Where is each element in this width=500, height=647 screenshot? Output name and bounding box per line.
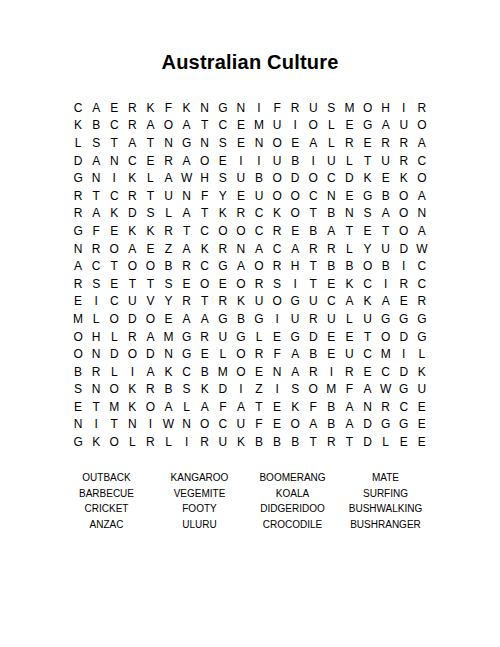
grid-cell-r13c3[interactable]: O xyxy=(105,310,123,328)
grid-cell-r7c3[interactable]: K xyxy=(105,205,123,223)
grid-cell-r2c7[interactable]: A xyxy=(178,117,196,135)
grid-cell-r15c14[interactable]: B xyxy=(304,345,322,363)
grid-cell-r4c5[interactable]: E xyxy=(141,152,159,170)
grid-cell-r1c18[interactable]: H xyxy=(377,99,395,117)
grid-cell-r12c17[interactable]: K xyxy=(359,293,377,311)
grid-cell-r2c1[interactable]: K xyxy=(69,117,87,135)
grid-cell-r14c11[interactable]: L xyxy=(250,328,268,346)
grid-cell-r12c3[interactable]: C xyxy=(105,293,123,311)
grid-cell-r11c1[interactable]: R xyxy=(69,275,87,293)
grid-cell-r10c3[interactable]: T xyxy=(105,257,123,275)
grid-cell-r17c8[interactable]: K xyxy=(196,381,214,399)
grid-cell-r7c15[interactable]: B xyxy=(322,205,340,223)
grid-cell-r16c9[interactable]: M xyxy=(214,363,232,381)
grid-cell-r17c16[interactable]: F xyxy=(340,381,358,399)
grid-cell-r9c20[interactable]: W xyxy=(413,240,431,258)
grid-cell-r8c8[interactable]: C xyxy=(196,222,214,240)
grid-cell-r10c12[interactable]: R xyxy=(268,257,286,275)
grid-cell-r3c2[interactable]: S xyxy=(87,134,105,152)
grid-cell-r12c1[interactable]: E xyxy=(69,293,87,311)
grid-cell-r5c10[interactable]: U xyxy=(232,169,250,187)
grid-cell-r13c6[interactable]: E xyxy=(159,310,177,328)
grid-cell-r1c16[interactable]: M xyxy=(340,99,358,117)
grid-cell-r9c18[interactable]: U xyxy=(377,240,395,258)
grid-cell-r13c17[interactable]: U xyxy=(359,310,377,328)
grid-cell-r8c12[interactable]: R xyxy=(268,222,286,240)
grid-cell-r15c4[interactable]: O xyxy=(123,345,141,363)
grid-cell-r17c13[interactable]: S xyxy=(286,381,304,399)
grid-cell-r18c6[interactable]: A xyxy=(159,398,177,416)
grid-cell-r19c5[interactable]: I xyxy=(141,416,159,434)
grid-cell-r19c3[interactable]: T xyxy=(105,416,123,434)
grid-cell-r7c17[interactable]: S xyxy=(359,205,377,223)
grid-cell-r6c19[interactable]: O xyxy=(395,187,413,205)
grid-cell-r4c16[interactable]: L xyxy=(340,152,358,170)
grid-cell-r8c16[interactable]: T xyxy=(340,222,358,240)
grid-cell-r10c9[interactable]: G xyxy=(214,257,232,275)
grid-cell-r5c14[interactable]: O xyxy=(304,169,322,187)
grid-cell-r8c10[interactable]: O xyxy=(232,222,250,240)
grid-cell-r20c15[interactable]: R xyxy=(322,433,340,451)
grid-cell-r19c16[interactable]: A xyxy=(340,416,358,434)
grid-cell-r3c12[interactable]: O xyxy=(268,134,286,152)
grid-cell-r9c8[interactable]: K xyxy=(196,240,214,258)
grid-cell-r10c19[interactable]: I xyxy=(395,257,413,275)
grid-cell-r11c20[interactable]: C xyxy=(413,275,431,293)
grid-cell-r12c19[interactable]: E xyxy=(395,293,413,311)
grid-cell-r14c1[interactable]: O xyxy=(69,328,87,346)
grid-cell-r6c2[interactable]: T xyxy=(87,187,105,205)
grid-cell-r14c15[interactable]: E xyxy=(322,328,340,346)
grid-cell-r15c20[interactable]: L xyxy=(413,345,431,363)
grid-cell-r7c14[interactable]: T xyxy=(304,205,322,223)
grid-cell-r6c17[interactable]: G xyxy=(359,187,377,205)
grid-cell-r16c12[interactable]: N xyxy=(268,363,286,381)
grid-cell-r9c16[interactable]: L xyxy=(340,240,358,258)
grid-cell-r10c14[interactable]: T xyxy=(304,257,322,275)
grid-cell-r1c7[interactable]: K xyxy=(178,99,196,117)
grid-cell-r6c9[interactable]: Y xyxy=(214,187,232,205)
grid-cell-r20c1[interactable]: G xyxy=(69,433,87,451)
grid-cell-r9c13[interactable]: A xyxy=(286,240,304,258)
grid-cell-r6c14[interactable]: C xyxy=(304,187,322,205)
grid-cell-r3c7[interactable]: G xyxy=(178,134,196,152)
grid-cell-r5c9[interactable]: S xyxy=(214,169,232,187)
grid-cell-r11c10[interactable]: O xyxy=(232,275,250,293)
grid-cell-r8c13[interactable]: E xyxy=(286,222,304,240)
grid-cell-r12c11[interactable]: U xyxy=(250,293,268,311)
grid-cell-r2c11[interactable]: M xyxy=(250,117,268,135)
grid-cell-r16c20[interactable]: K xyxy=(413,363,431,381)
grid-cell-r2c9[interactable]: C xyxy=(214,117,232,135)
grid-cell-r19c7[interactable]: N xyxy=(178,416,196,434)
grid-cell-r14c13[interactable]: G xyxy=(286,328,304,346)
grid-cell-r10c17[interactable]: O xyxy=(359,257,377,275)
grid-cell-r9c12[interactable]: C xyxy=(268,240,286,258)
grid-cell-r5c4[interactable]: K xyxy=(123,169,141,187)
grid-cell-r17c19[interactable]: G xyxy=(395,381,413,399)
grid-cell-r7c7[interactable]: A xyxy=(178,205,196,223)
grid-cell-r10c4[interactable]: O xyxy=(123,257,141,275)
grid-cell-r3c18[interactable]: R xyxy=(377,134,395,152)
grid-cell-r19c10[interactable]: U xyxy=(232,416,250,434)
grid-cell-r19c4[interactable]: N xyxy=(123,416,141,434)
grid-cell-r19c1[interactable]: N xyxy=(69,416,87,434)
grid-cell-r14c20[interactable]: G xyxy=(413,328,431,346)
grid-cell-r7c9[interactable]: K xyxy=(214,205,232,223)
grid-cell-r12c2[interactable]: I xyxy=(87,293,105,311)
grid-cell-r11c8[interactable]: O xyxy=(196,275,214,293)
grid-cell-r4c13[interactable]: B xyxy=(286,152,304,170)
grid-cell-r20c4[interactable]: L xyxy=(123,433,141,451)
grid-cell-r1c12[interactable]: F xyxy=(268,99,286,117)
grid-cell-r19c19[interactable]: G xyxy=(395,416,413,434)
grid-cell-r14c6[interactable]: M xyxy=(159,328,177,346)
grid-cell-r13c8[interactable]: A xyxy=(196,310,214,328)
grid-cell-r1c4[interactable]: R xyxy=(123,99,141,117)
grid-cell-r17c12[interactable]: I xyxy=(268,381,286,399)
grid-cell-r6c6[interactable]: U xyxy=(159,187,177,205)
grid-cell-r5c12[interactable]: O xyxy=(268,169,286,187)
grid-cell-r5c18[interactable]: E xyxy=(377,169,395,187)
grid-cell-r8c17[interactable]: E xyxy=(359,222,377,240)
grid-cell-r3c16[interactable]: R xyxy=(340,134,358,152)
grid-cell-r5c5[interactable]: L xyxy=(141,169,159,187)
grid-cell-r15c13[interactable]: A xyxy=(286,345,304,363)
grid-cell-r17c17[interactable]: A xyxy=(359,381,377,399)
grid-cell-r1c17[interactable]: O xyxy=(359,99,377,117)
grid-cell-r20c18[interactable]: L xyxy=(377,433,395,451)
grid-cell-r4c6[interactable]: R xyxy=(159,152,177,170)
grid-cell-r11c19[interactable]: R xyxy=(395,275,413,293)
grid-cell-r12c13[interactable]: G xyxy=(286,293,304,311)
grid-cell-r18c13[interactable]: K xyxy=(286,398,304,416)
grid-cell-r20c17[interactable]: D xyxy=(359,433,377,451)
grid-cell-r20c14[interactable]: T xyxy=(304,433,322,451)
grid-cell-r6c12[interactable]: O xyxy=(268,187,286,205)
grid-cell-r14c18[interactable]: O xyxy=(377,328,395,346)
grid-cell-r17c1[interactable]: S xyxy=(69,381,87,399)
grid-cell-r2c10[interactable]: E xyxy=(232,117,250,135)
grid-cell-r2c20[interactable]: O xyxy=(413,117,431,135)
grid-cell-r20c16[interactable]: T xyxy=(340,433,358,451)
grid-cell-r3c19[interactable]: R xyxy=(395,134,413,152)
grid-cell-r9c4[interactable]: A xyxy=(123,240,141,258)
grid-cell-r1c5[interactable]: K xyxy=(141,99,159,117)
grid-cell-r19c18[interactable]: G xyxy=(377,416,395,434)
grid-cell-r4c9[interactable]: E xyxy=(214,152,232,170)
grid-cell-r15c19[interactable]: I xyxy=(395,345,413,363)
grid-cell-r16c15[interactable]: I xyxy=(322,363,340,381)
grid-cell-r18c12[interactable]: E xyxy=(268,398,286,416)
grid-cell-r5c8[interactable]: H xyxy=(196,169,214,187)
grid-cell-r6c18[interactable]: B xyxy=(377,187,395,205)
grid-cell-r5c2[interactable]: N xyxy=(87,169,105,187)
grid-cell-r7c13[interactable]: O xyxy=(286,205,304,223)
grid-cell-r8c14[interactable]: B xyxy=(304,222,322,240)
grid-cell-r15c10[interactable]: O xyxy=(232,345,250,363)
grid-cell-r2c17[interactable]: G xyxy=(359,117,377,135)
grid-cell-r11c3[interactable]: E xyxy=(105,275,123,293)
grid-cell-r11c16[interactable]: K xyxy=(340,275,358,293)
grid-cell-r9c5[interactable]: E xyxy=(141,240,159,258)
grid-cell-r5c3[interactable]: I xyxy=(105,169,123,187)
grid-cell-r17c3[interactable]: O xyxy=(105,381,123,399)
grid-cell-r18c1[interactable]: E xyxy=(69,398,87,416)
grid-cell-r19c17[interactable]: D xyxy=(359,416,377,434)
grid-cell-r7c16[interactable]: N xyxy=(340,205,358,223)
grid-cell-r3c9[interactable]: S xyxy=(214,134,232,152)
grid-cell-r9c9[interactable]: R xyxy=(214,240,232,258)
grid-cell-r12c18[interactable]: A xyxy=(377,293,395,311)
grid-cell-r13c9[interactable]: G xyxy=(214,310,232,328)
grid-cell-r1c1[interactable]: C xyxy=(69,99,87,117)
grid-cell-r4c2[interactable]: A xyxy=(87,152,105,170)
grid-cell-r16c18[interactable]: C xyxy=(377,363,395,381)
grid-cell-r19c13[interactable]: O xyxy=(286,416,304,434)
grid-cell-r2c6[interactable]: O xyxy=(159,117,177,135)
grid-cell-r15c18[interactable]: M xyxy=(377,345,395,363)
grid-cell-r5c17[interactable]: K xyxy=(359,169,377,187)
grid-cell-r11c15[interactable]: E xyxy=(322,275,340,293)
grid-cell-r15c17[interactable]: C xyxy=(359,345,377,363)
grid-cell-r15c5[interactable]: D xyxy=(141,345,159,363)
grid-cell-r16c8[interactable]: B xyxy=(196,363,214,381)
grid-cell-r11c7[interactable]: E xyxy=(178,275,196,293)
grid-cell-r14c4[interactable]: R xyxy=(123,328,141,346)
grid-cell-r4c7[interactable]: A xyxy=(178,152,196,170)
grid-cell-r11c17[interactable]: C xyxy=(359,275,377,293)
grid-cell-r13c14[interactable]: R xyxy=(304,310,322,328)
grid-cell-r15c16[interactable]: U xyxy=(340,345,358,363)
grid-cell-r14c19[interactable]: D xyxy=(395,328,413,346)
grid-cell-r20c19[interactable]: E xyxy=(395,433,413,451)
grid-cell-r3c14[interactable]: A xyxy=(304,134,322,152)
grid-cell-r1c14[interactable]: U xyxy=(304,99,322,117)
grid-cell-r12c12[interactable]: O xyxy=(268,293,286,311)
grid-cell-r8c18[interactable]: T xyxy=(377,222,395,240)
grid-cell-r16c3[interactable]: L xyxy=(105,363,123,381)
grid-cell-r16c13[interactable]: A xyxy=(286,363,304,381)
grid-cell-r5c11[interactable]: B xyxy=(250,169,268,187)
grid-cell-r2c14[interactable]: O xyxy=(304,117,322,135)
grid-cell-r20c11[interactable]: B xyxy=(250,433,268,451)
grid-cell-r13c10[interactable]: B xyxy=(232,310,250,328)
grid-cell-r7c11[interactable]: C xyxy=(250,205,268,223)
grid-cell-r19c14[interactable]: A xyxy=(304,416,322,434)
grid-cell-r20c2[interactable]: K xyxy=(87,433,105,451)
grid-cell-r16c14[interactable]: R xyxy=(304,363,322,381)
grid-cell-r15c1[interactable]: O xyxy=(69,345,87,363)
grid-cell-r1c6[interactable]: F xyxy=(159,99,177,117)
grid-cell-r6c10[interactable]: E xyxy=(232,187,250,205)
grid-cell-r1c13[interactable]: R xyxy=(286,99,304,117)
grid-cell-r6c15[interactable]: N xyxy=(322,187,340,205)
grid-cell-r19c2[interactable]: I xyxy=(87,416,105,434)
grid-cell-r12c9[interactable]: R xyxy=(214,293,232,311)
grid-cell-r15c2[interactable]: N xyxy=(87,345,105,363)
grid-cell-r15c15[interactable]: E xyxy=(322,345,340,363)
grid-cell-r13c13[interactable]: U xyxy=(286,310,304,328)
grid-cell-r3c17[interactable]: E xyxy=(359,134,377,152)
grid-cell-r10c15[interactable]: B xyxy=(322,257,340,275)
grid-cell-r16c17[interactable]: E xyxy=(359,363,377,381)
grid-cell-r15c8[interactable]: E xyxy=(196,345,214,363)
grid-cell-r6c11[interactable]: U xyxy=(250,187,268,205)
grid-cell-r17c5[interactable]: R xyxy=(141,381,159,399)
grid-cell-r17c20[interactable]: U xyxy=(413,381,431,399)
grid-cell-r7c18[interactable]: A xyxy=(377,205,395,223)
grid-cell-r13c4[interactable]: D xyxy=(123,310,141,328)
grid-cell-r3c10[interactable]: E xyxy=(232,134,250,152)
grid-cell-r4c12[interactable]: U xyxy=(268,152,286,170)
grid-cell-r7c19[interactable]: O xyxy=(395,205,413,223)
grid-cell-r7c4[interactable]: D xyxy=(123,205,141,223)
grid-cell-r18c16[interactable]: A xyxy=(340,398,358,416)
grid-cell-r15c6[interactable]: N xyxy=(159,345,177,363)
grid-cell-r17c7[interactable]: S xyxy=(178,381,196,399)
grid-cell-r18c17[interactable]: N xyxy=(359,398,377,416)
grid-cell-r4c3[interactable]: N xyxy=(105,152,123,170)
grid-cell-r1c20[interactable]: R xyxy=(413,99,431,117)
grid-cell-r19c8[interactable]: O xyxy=(196,416,214,434)
grid-cell-r18c2[interactable]: T xyxy=(87,398,105,416)
grid-cell-r13c2[interactable]: L xyxy=(87,310,105,328)
grid-cell-r17c14[interactable]: O xyxy=(304,381,322,399)
grid-cell-r8c11[interactable]: C xyxy=(250,222,268,240)
grid-cell-r16c16[interactable]: R xyxy=(340,363,358,381)
grid-cell-r2c19[interactable]: U xyxy=(395,117,413,135)
grid-cell-r5c15[interactable]: C xyxy=(322,169,340,187)
grid-cell-r9c3[interactable]: O xyxy=(105,240,123,258)
grid-cell-r3c13[interactable]: E xyxy=(286,134,304,152)
grid-cell-r19c20[interactable]: E xyxy=(413,416,431,434)
grid-cell-r9c17[interactable]: Y xyxy=(359,240,377,258)
grid-cell-r2c8[interactable]: T xyxy=(196,117,214,135)
grid-cell-r11c4[interactable]: T xyxy=(123,275,141,293)
grid-cell-r9c1[interactable]: N xyxy=(69,240,87,258)
grid-cell-r12c5[interactable]: V xyxy=(141,293,159,311)
grid-cell-r5c6[interactable]: A xyxy=(159,169,177,187)
grid-cell-r2c5[interactable]: A xyxy=(141,117,159,135)
grid-cell-r8c3[interactable]: E xyxy=(105,222,123,240)
grid-cell-r18c11[interactable]: T xyxy=(250,398,268,416)
grid-cell-r8c1[interactable]: G xyxy=(69,222,87,240)
grid-cell-r11c9[interactable]: E xyxy=(214,275,232,293)
grid-cell-r9c7[interactable]: A xyxy=(178,240,196,258)
grid-cell-r17c11[interactable]: Z xyxy=(250,381,268,399)
grid-cell-r6c8[interactable]: F xyxy=(196,187,214,205)
grid-cell-r11c12[interactable]: S xyxy=(268,275,286,293)
grid-cell-r14c3[interactable]: L xyxy=(105,328,123,346)
grid-cell-r14c16[interactable]: E xyxy=(340,328,358,346)
grid-cell-r16c4[interactable]: I xyxy=(123,363,141,381)
grid-cell-r8c9[interactable]: O xyxy=(214,222,232,240)
grid-cell-r5c19[interactable]: K xyxy=(395,169,413,187)
grid-cell-r4c18[interactable]: U xyxy=(377,152,395,170)
grid-cell-r7c8[interactable]: T xyxy=(196,205,214,223)
grid-cell-r13c20[interactable]: G xyxy=(413,310,431,328)
grid-cell-r15c3[interactable]: D xyxy=(105,345,123,363)
grid-cell-r12c15[interactable]: C xyxy=(322,293,340,311)
grid-cell-r6c5[interactable]: T xyxy=(141,187,159,205)
grid-cell-r20c6[interactable]: L xyxy=(159,433,177,451)
grid-cell-r14c7[interactable]: G xyxy=(178,328,196,346)
grid-cell-r17c10[interactable]: I xyxy=(232,381,250,399)
grid-cell-r18c15[interactable]: B xyxy=(322,398,340,416)
grid-cell-r11c5[interactable]: T xyxy=(141,275,159,293)
grid-cell-r14c14[interactable]: D xyxy=(304,328,322,346)
grid-cell-r10c7[interactable]: R xyxy=(178,257,196,275)
grid-cell-r3c4[interactable]: A xyxy=(123,134,141,152)
grid-cell-r20c20[interactable]: E xyxy=(413,433,431,451)
grid-cell-r3c20[interactable]: A xyxy=(413,134,431,152)
grid-cell-r19c11[interactable]: F xyxy=(250,416,268,434)
grid-cell-r18c3[interactable]: M xyxy=(105,398,123,416)
grid-cell-r8c19[interactable]: O xyxy=(395,222,413,240)
grid-cell-r1c11[interactable]: I xyxy=(250,99,268,117)
grid-cell-r6c20[interactable]: A xyxy=(413,187,431,205)
grid-cell-r8c7[interactable]: T xyxy=(178,222,196,240)
grid-cell-r12c6[interactable]: Y xyxy=(159,293,177,311)
grid-cell-r18c5[interactable]: O xyxy=(141,398,159,416)
grid-cell-r4c1[interactable]: D xyxy=(69,152,87,170)
grid-cell-r2c18[interactable]: A xyxy=(377,117,395,135)
grid-cell-r10c18[interactable]: B xyxy=(377,257,395,275)
grid-cell-r18c8[interactable]: A xyxy=(196,398,214,416)
grid-cell-r17c15[interactable]: M xyxy=(322,381,340,399)
grid-cell-r11c2[interactable]: S xyxy=(87,275,105,293)
grid-cell-r9c19[interactable]: D xyxy=(395,240,413,258)
grid-cell-r13c12[interactable]: I xyxy=(268,310,286,328)
grid-cell-r1c3[interactable]: E xyxy=(105,99,123,117)
grid-cell-r1c19[interactable]: I xyxy=(395,99,413,117)
grid-cell-r8c6[interactable]: R xyxy=(159,222,177,240)
grid-cell-r18c4[interactable]: K xyxy=(123,398,141,416)
grid-cell-r1c2[interactable]: A xyxy=(87,99,105,117)
grid-cell-r5c16[interactable]: D xyxy=(340,169,358,187)
grid-cell-r14c5[interactable]: A xyxy=(141,328,159,346)
grid-cell-r16c2[interactable]: R xyxy=(87,363,105,381)
grid-cell-r20c10[interactable]: K xyxy=(232,433,250,451)
grid-cell-r5c7[interactable]: W xyxy=(178,169,196,187)
grid-cell-r18c10[interactable]: A xyxy=(232,398,250,416)
grid-cell-r14c8[interactable]: R xyxy=(196,328,214,346)
grid-cell-r17c2[interactable]: N xyxy=(87,381,105,399)
grid-cell-r3c3[interactable]: T xyxy=(105,134,123,152)
grid-cell-r11c13[interactable]: I xyxy=(286,275,304,293)
grid-cell-r11c14[interactable]: T xyxy=(304,275,322,293)
grid-cell-r12c7[interactable]: R xyxy=(178,293,196,311)
grid-cell-r8c2[interactable]: F xyxy=(87,222,105,240)
grid-cell-r3c1[interactable]: L xyxy=(69,134,87,152)
grid-cell-r2c2[interactable]: B xyxy=(87,117,105,135)
grid-cell-r10c20[interactable]: C xyxy=(413,257,431,275)
grid-cell-r10c11[interactable]: O xyxy=(250,257,268,275)
grid-cell-r16c1[interactable]: B xyxy=(69,363,87,381)
grid-cell-r4c14[interactable]: I xyxy=(304,152,322,170)
grid-cell-r12c4[interactable]: U xyxy=(123,293,141,311)
grid-cell-r2c15[interactable]: L xyxy=(322,117,340,135)
grid-cell-r19c9[interactable]: C xyxy=(214,416,232,434)
grid-cell-r1c8[interactable]: N xyxy=(196,99,214,117)
grid-cell-r13c18[interactable]: G xyxy=(377,310,395,328)
grid-cell-r17c6[interactable]: B xyxy=(159,381,177,399)
grid-cell-r10c13[interactable]: H xyxy=(286,257,304,275)
grid-cell-r20c3[interactable]: O xyxy=(105,433,123,451)
grid-cell-r14c9[interactable]: U xyxy=(214,328,232,346)
grid-cell-r9c6[interactable]: Z xyxy=(159,240,177,258)
